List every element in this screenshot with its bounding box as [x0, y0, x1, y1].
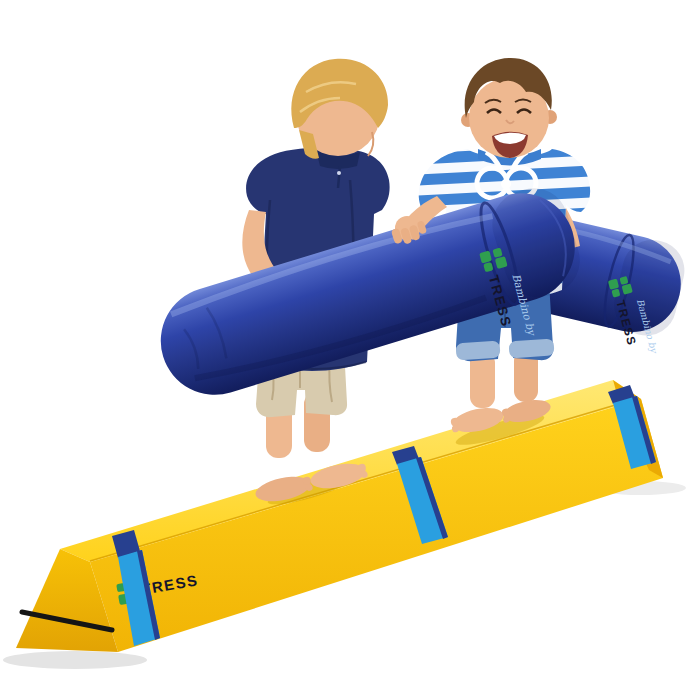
jeans-cuff-left [455, 340, 500, 360]
shadow-left [3, 651, 147, 669]
boy-left-head [291, 59, 388, 159]
balance-beam: TRESS [16, 380, 663, 652]
product-photo: TRESS [0, 0, 700, 700]
butterfly-knot [501, 179, 511, 189]
jeans-cuff-right [508, 338, 554, 358]
scene: TRESS [0, 0, 700, 700]
boy-right-head [461, 58, 557, 158]
polo-button [337, 171, 341, 175]
